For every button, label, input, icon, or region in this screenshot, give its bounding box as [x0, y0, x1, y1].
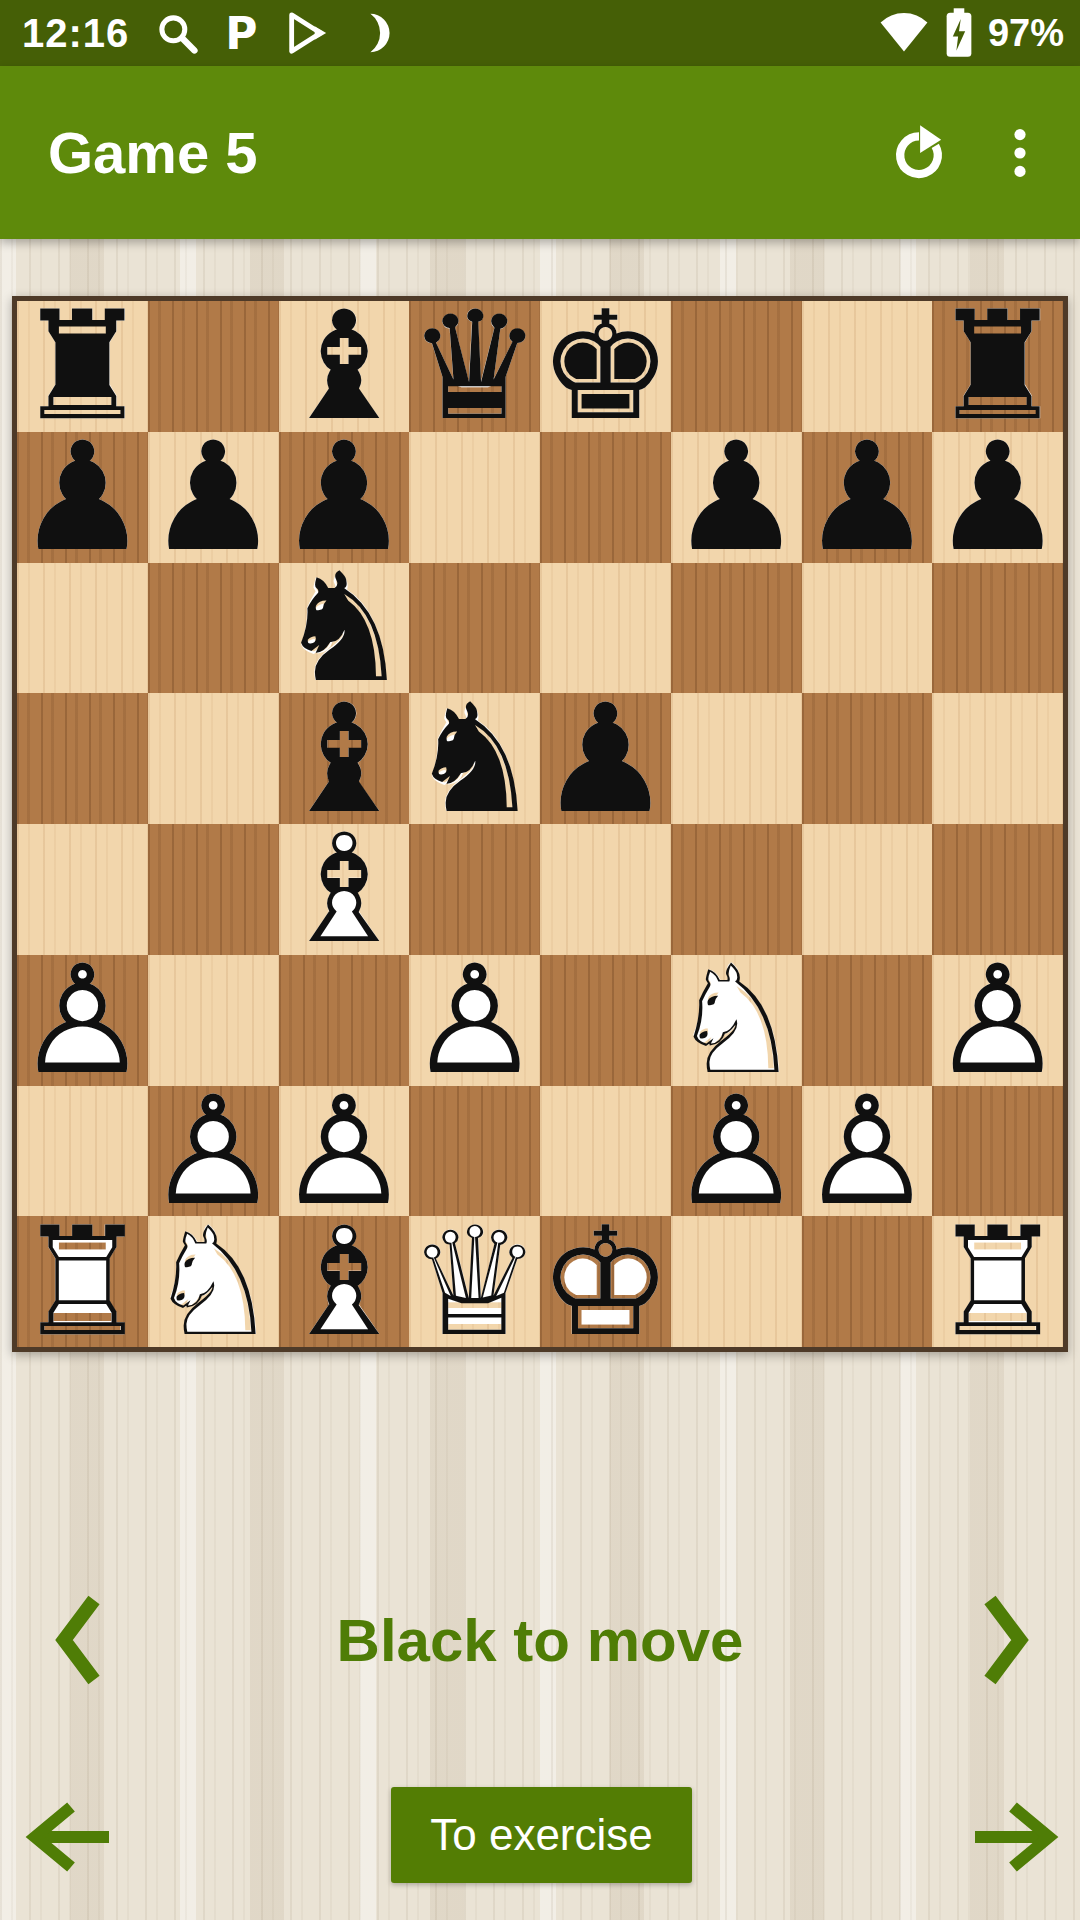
square-e8[interactable]: ♔♚ — [540, 301, 671, 432]
square-a5[interactable] — [17, 693, 148, 824]
square-c1[interactable]: ♝♗ — [279, 1216, 410, 1347]
white-king[interactable]: ♚♔ — [540, 1216, 671, 1347]
white-knight[interactable]: ♞♘ — [148, 1216, 279, 1347]
wifi-icon — [878, 12, 930, 54]
night-mode-icon — [356, 10, 394, 56]
square-f6[interactable] — [671, 563, 802, 694]
square-a7[interactable]: ♙♟ — [17, 432, 148, 563]
white-bishop[interactable]: ♝♗ — [279, 824, 410, 955]
chess-board: ♖♜♗♝♕♛♔♚♖♜♙♟♙♟♙♟♙♟♙♟♙♟♘♞♗♝♘♞♙♟♝♗♟♙♟♙♞♘♟♙… — [12, 296, 1068, 1352]
black-pawn[interactable]: ♙♟ — [148, 432, 279, 563]
overflow-menu-icon[interactable] — [1012, 122, 1028, 184]
black-pawn[interactable]: ♙♟ — [17, 432, 148, 563]
black-knight[interactable]: ♘♞ — [409, 693, 540, 824]
next-move-chevron[interactable] — [974, 1592, 1034, 1688]
square-e5[interactable]: ♙♟ — [540, 693, 671, 824]
square-h3[interactable]: ♟♙ — [932, 955, 1063, 1086]
app-screen: 12:16 P 97% — [0, 0, 1080, 1920]
white-pawn[interactable]: ♟♙ — [802, 1086, 933, 1217]
square-e3[interactable] — [540, 955, 671, 1086]
square-d1[interactable]: ♛♕ — [409, 1216, 540, 1347]
square-f2[interactable]: ♟♙ — [671, 1086, 802, 1217]
search-icon — [155, 11, 199, 55]
square-g6[interactable] — [802, 563, 933, 694]
square-b1[interactable]: ♞♘ — [148, 1216, 279, 1347]
black-pawn[interactable]: ♙♟ — [932, 432, 1063, 563]
white-rook[interactable]: ♜♖ — [932, 1216, 1063, 1347]
square-f1[interactable] — [671, 1216, 802, 1347]
status-bar: 12:16 P 97% — [0, 0, 1080, 66]
previous-exercise-arrow[interactable] — [21, 1789, 117, 1885]
battery-charging-icon — [944, 8, 974, 58]
square-b5[interactable] — [148, 693, 279, 824]
white-rook[interactable]: ♜♖ — [17, 1216, 148, 1347]
square-d3[interactable]: ♟♙ — [409, 955, 540, 1086]
white-pawn[interactable]: ♟♙ — [17, 955, 148, 1086]
white-queen[interactable]: ♛♕ — [409, 1216, 540, 1347]
square-g7[interactable]: ♙♟ — [802, 432, 933, 563]
black-pawn[interactable]: ♙♟ — [671, 432, 802, 563]
square-h1[interactable]: ♜♖ — [932, 1216, 1063, 1347]
to-exercise-button[interactable]: To exercise — [391, 1787, 692, 1883]
black-queen[interactable]: ♕♛ — [409, 301, 540, 432]
white-pawn[interactable]: ♟♙ — [932, 955, 1063, 1086]
square-a6[interactable] — [17, 563, 148, 694]
battery-percent: 97% — [988, 12, 1064, 55]
square-g1[interactable] — [802, 1216, 933, 1347]
square-g5[interactable] — [802, 693, 933, 824]
p-app-icon: P — [225, 8, 257, 59]
white-bishop[interactable]: ♝♗ — [279, 1216, 410, 1347]
square-e4[interactable] — [540, 824, 671, 955]
square-b7[interactable]: ♙♟ — [148, 432, 279, 563]
white-pawn[interactable]: ♟♙ — [409, 955, 540, 1086]
black-king[interactable]: ♔♚ — [540, 301, 671, 432]
refresh-icon[interactable] — [888, 122, 950, 184]
square-e7[interactable] — [540, 432, 671, 563]
square-b6[interactable] — [148, 563, 279, 694]
page-title: Game 5 — [0, 119, 258, 186]
square-e1[interactable]: ♚♔ — [540, 1216, 671, 1347]
clock: 12:16 — [22, 11, 129, 56]
square-h5[interactable] — [932, 693, 1063, 824]
status-right-group: 97% — [878, 8, 1080, 58]
square-a3[interactable]: ♟♙ — [17, 955, 148, 1086]
turn-indicator: Black to move — [0, 1592, 1080, 1688]
square-f5[interactable] — [671, 693, 802, 824]
square-h7[interactable]: ♙♟ — [932, 432, 1063, 563]
square-f7[interactable]: ♙♟ — [671, 432, 802, 563]
play-store-icon — [284, 10, 330, 56]
square-c4[interactable]: ♝♗ — [279, 824, 410, 955]
square-d7[interactable] — [409, 432, 540, 563]
square-d8[interactable]: ♕♛ — [409, 301, 540, 432]
square-b4[interactable] — [148, 824, 279, 955]
square-h6[interactable] — [932, 563, 1063, 694]
square-a1[interactable]: ♜♖ — [17, 1216, 148, 1347]
app-bar-actions — [888, 122, 1080, 184]
next-exercise-arrow[interactable] — [967, 1789, 1063, 1885]
app-bar: Game 5 — [0, 66, 1080, 239]
square-d5[interactable]: ♘♞ — [409, 693, 540, 824]
square-g4[interactable] — [802, 824, 933, 955]
status-left-group: 12:16 P — [0, 8, 394, 59]
white-pawn[interactable]: ♟♙ — [671, 1086, 802, 1217]
square-g2[interactable]: ♟♙ — [802, 1086, 933, 1217]
black-pawn[interactable]: ♙♟ — [540, 693, 671, 824]
black-pawn[interactable]: ♙♟ — [802, 432, 933, 563]
